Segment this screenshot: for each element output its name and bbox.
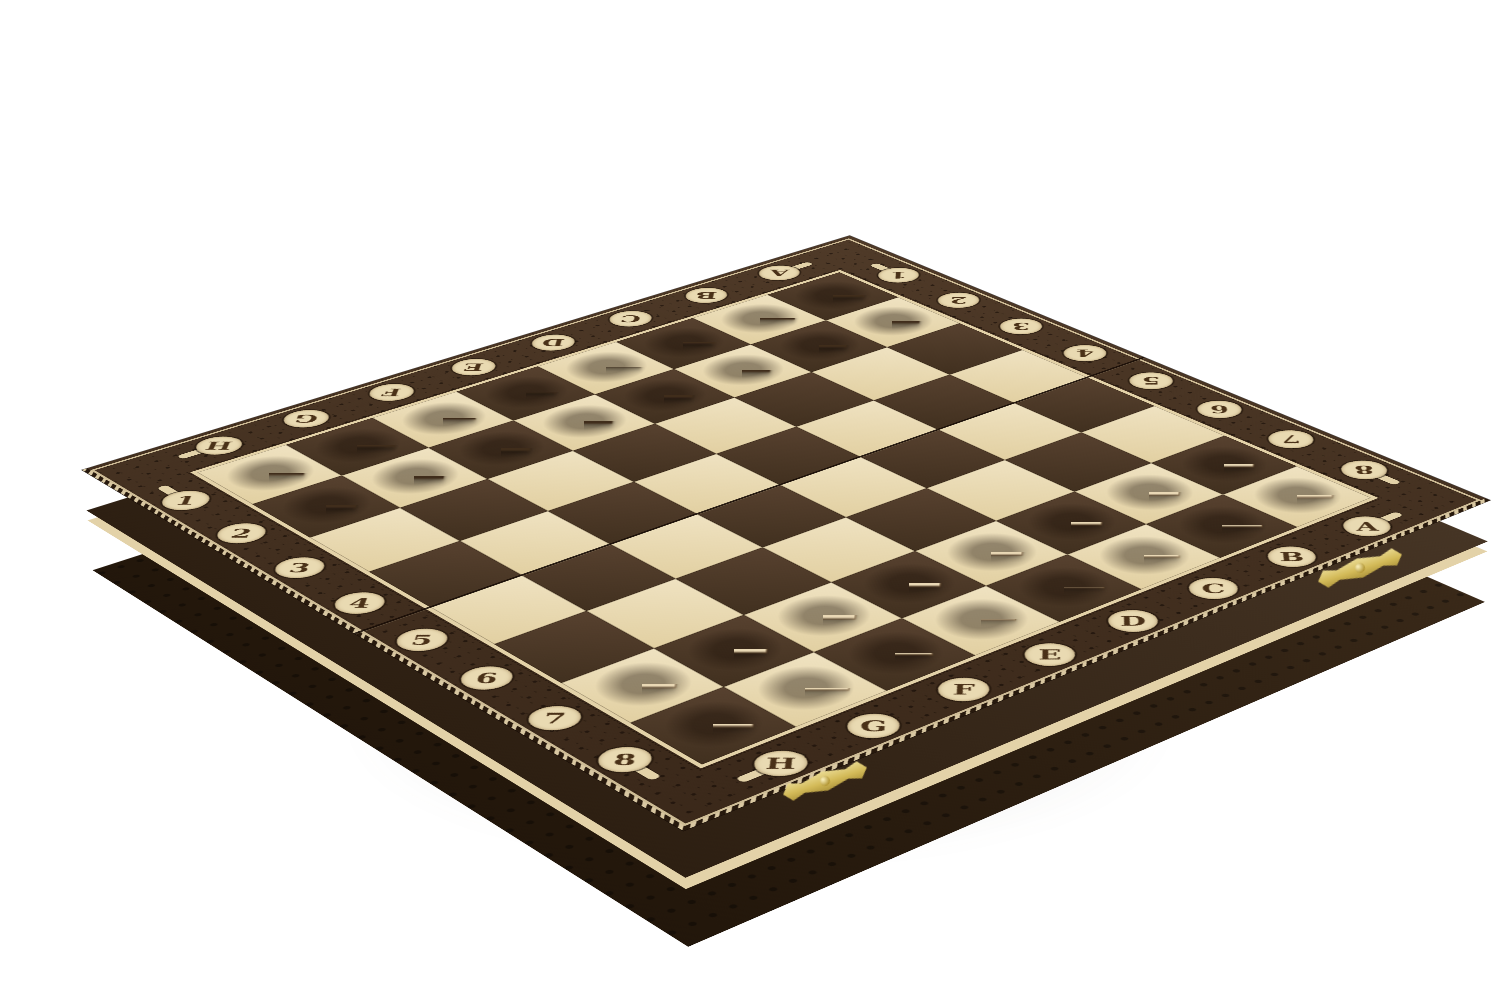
finial-accent-icon: ● bbox=[599, 236, 613, 252]
finial-accent-icon: ●●● bbox=[504, 269, 547, 286]
finial-accent-icon: ● bbox=[1056, 438, 1072, 456]
product-photo-stage: 1122334455667788AABBCCDDEEFFGGHH ♜♞♝♚●♛●… bbox=[0, 0, 1500, 1000]
piece-glyph: ♟ bbox=[281, 423, 372, 511]
board-3d-scene: 1122334455667788AABBCCDDEEFFGGHH ♜♞♝♚●♛●… bbox=[0, 0, 1500, 1000]
rank-label-4-far-edge: 4 bbox=[1064, 345, 1107, 361]
chess-board: 1122334455667788AABBCCDDEEFFGGHH ♜♞♝♚●♛●… bbox=[82, 236, 1490, 831]
piece-glyph: ♜ bbox=[650, 608, 776, 730]
rank-label-3-far-edge: 3 bbox=[1000, 318, 1042, 334]
